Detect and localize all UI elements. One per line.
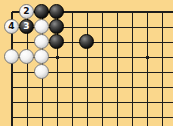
black-stone — [34, 4, 49, 19]
white-stone — [34, 49, 49, 64]
move-number-label: 2 — [23, 4, 29, 19]
black-stone — [49, 34, 64, 49]
white-stone — [34, 64, 49, 79]
move-number-label: 4 — [8, 19, 14, 34]
black-stone — [79, 34, 94, 49]
stone-layer: 243 — [4, 4, 169, 124]
black-stone-move-3: 3 — [19, 19, 34, 34]
move-number-label: 3 — [23, 19, 29, 34]
white-stone — [4, 49, 19, 64]
go-board-screenshot: 243 — [0, 0, 173, 126]
black-stone — [49, 4, 64, 19]
go-board[interactable]: 243 — [0, 0, 173, 126]
black-stone — [49, 19, 64, 34]
white-stone — [19, 49, 34, 64]
white-stone — [34, 34, 49, 49]
white-stone-move-2: 2 — [19, 4, 34, 19]
white-stone — [34, 19, 49, 34]
white-stone-move-4: 4 — [4, 19, 19, 34]
